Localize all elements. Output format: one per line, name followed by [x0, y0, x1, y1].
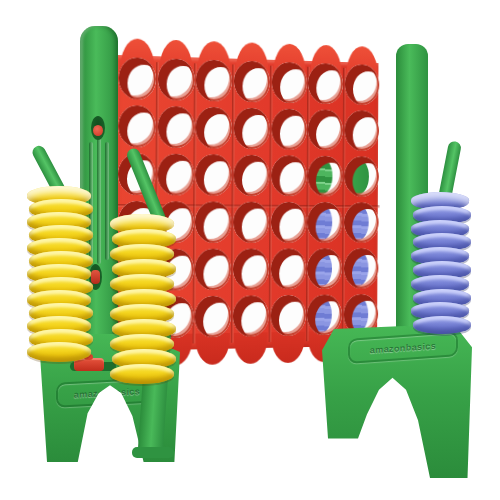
- hole-ring: [271, 202, 307, 243]
- board-hole-c5r6: [270, 295, 306, 336]
- hole-ring: [118, 57, 156, 100]
- hole-ring: [157, 106, 194, 148]
- board-hole-c7r1: [345, 64, 380, 105]
- blue-disc: [413, 316, 471, 334]
- disc-post-stand-foot: [132, 447, 174, 458]
- product-photo-connect-four: amazonbasics amazonbasics: [0, 0, 500, 500]
- hole-ring: [345, 110, 380, 151]
- board-scallop-bottom: [271, 332, 305, 364]
- hole-ring: [344, 202, 379, 242]
- post-groove: [105, 142, 109, 260]
- yellow-disc: [110, 364, 174, 384]
- board-hole-c4r4: [233, 202, 269, 243]
- post-groove: [89, 142, 93, 260]
- brand-label: amazonbasics: [370, 340, 436, 355]
- board-hole-c4r1: [234, 61, 270, 103]
- slider-slot: [91, 116, 105, 140]
- yellow-disc: [27, 342, 91, 362]
- board-scallop-bottom: [233, 332, 268, 364]
- board-hole-c7r3: [344, 156, 379, 197]
- hole-ring: [345, 64, 380, 105]
- hole-ring: [118, 105, 156, 148]
- post-groove: [97, 138, 101, 264]
- hole-ring: [234, 61, 270, 103]
- hole-ring: [233, 155, 269, 196]
- hole-ring: [233, 202, 269, 243]
- hole-ring: [157, 58, 194, 101]
- board-hole-c5r1: [271, 62, 307, 104]
- brand-plate-right: amazonbasics: [348, 331, 458, 364]
- hole-ring: [271, 62, 307, 104]
- board-hole-c5r4: [271, 202, 307, 243]
- board-hole-c1r2: [118, 105, 156, 148]
- hole-ring: [234, 108, 270, 150]
- board-hole-c4r2: [234, 108, 270, 150]
- leg-right: amazonbasics: [322, 326, 472, 478]
- board-hole-c1r1: [118, 57, 156, 100]
- board-hole-c2r3: [157, 154, 194, 196]
- board-hole-c2r2: [157, 106, 194, 148]
- board-hole-c5r2: [271, 108, 307, 149]
- board-hole-c2r1: [157, 58, 194, 101]
- board-hole-c5r5: [270, 248, 306, 289]
- hole-ring: [344, 156, 379, 197]
- hole-ring: [271, 155, 307, 196]
- board-scallop-bottom: [195, 333, 230, 365]
- hole-ring: [157, 154, 194, 196]
- brand-label: amazonbasics: [74, 386, 140, 399]
- board-hole-c5r3: [271, 155, 307, 196]
- hole-ring: [270, 248, 306, 289]
- hole-ring: [270, 295, 306, 336]
- board-hole-c7r2: [345, 110, 380, 151]
- board-hole-c4r3: [233, 155, 269, 196]
- board-hole-c7r4: [344, 202, 379, 242]
- red-pin: [93, 125, 103, 136]
- hole-ring: [271, 108, 307, 149]
- red-pin: [91, 270, 100, 284]
